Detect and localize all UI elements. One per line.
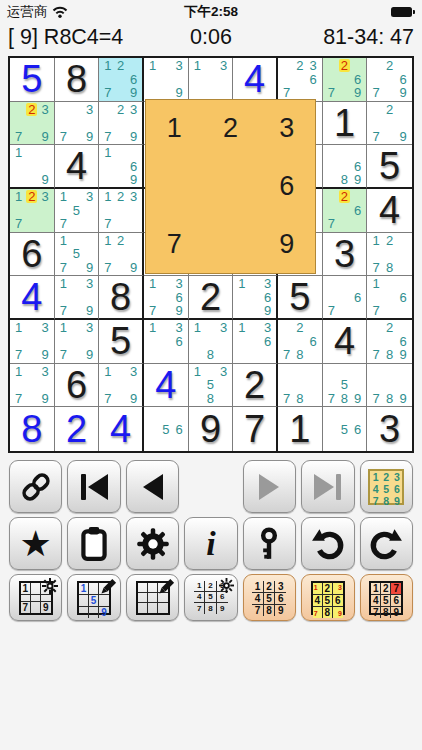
clipboard-icon [77,526,111,562]
pencil-marks: 67 [323,276,367,318]
cell-r8c9[interactable]: 789 [367,364,412,408]
pencil-marks: 1379 [10,364,54,407]
digit: 5 [21,60,42,98]
cell-r7c2[interactable]: 1379 [55,320,100,364]
cell-r2c3[interactable]: 2379 [99,102,144,146]
digit: 5 [110,322,131,360]
cell-r9c7[interactable]: 1 [278,407,323,451]
link-button[interactable] [9,460,62,513]
cell-r5c9[interactable]: 1278 [367,233,412,277]
yellow-grid-icon: 123456789 [311,581,345,615]
last-move-label: [ 9] R8C4=4 [8,25,151,50]
cell-r9c1[interactable]: 8 [10,407,55,451]
game-header: [ 9] R8C4=4 0:06 81-34: 47 [0,22,422,56]
timer-label: 0:06 [151,25,270,50]
digit: 4 [110,410,131,448]
cell-r8c6[interactable]: 2 [233,364,278,408]
show-all-candidates-button[interactable]: 123456789 [243,574,296,621]
pencil-marks: 2679 [323,58,367,101]
pencil-marks: 167 [367,276,412,318]
cell-r1c9[interactable]: 2679 [367,58,412,102]
toolbar-pencil-modes: 179 159 [0,574,422,621]
cell-r8c4[interactable]: 4 [144,364,189,408]
pencil-marks: 1357 [55,189,99,232]
cell-r6c6[interactable]: 1369 [233,276,278,320]
cell-r3c1[interactable]: 19 [10,145,55,189]
cell-r6c2[interactable]: 1379 [55,276,100,320]
cell-r1c2[interactable]: 8 [55,58,100,102]
cell-r5c2[interactable]: 1579 [55,233,100,277]
pencil-marks: 26789 [367,320,412,363]
toolbar-actions: ★ i [0,517,422,570]
cell-r7c6[interactable]: 136 [233,320,278,364]
cell-r9c3[interactable]: 4 [99,407,144,451]
digit: 3 [334,235,355,273]
pencil-marks: 19 [10,145,54,187]
first-move-button[interactable] [67,460,120,513]
cell-r7c9[interactable]: 26789 [367,320,412,364]
skip-to-end-icon [314,474,341,500]
board-area: 5812679139134236726792679237937923791279… [8,56,414,453]
digit: 4 [379,191,400,229]
digit: 5 [289,278,310,316]
pencil-marks: 136 [144,320,188,363]
digit: 7 [244,410,265,448]
digit: 2 [66,410,87,448]
pencil-marks-manual-button[interactable]: 159 [67,574,120,621]
cell-r2c8[interactable]: 1 [323,102,368,146]
error-grid-icon: 127456789 [369,581,403,615]
toolbar-spacer [184,460,237,513]
pencil-marks: 13 [189,58,233,101]
cell-r7c4[interactable]: 136 [144,320,189,364]
settings-button[interactable] [126,517,179,570]
digit: 3 [379,410,400,448]
cell-r5c8[interactable]: 3 [323,233,368,277]
cell-r1c6[interactable]: 4 [233,58,278,102]
link-icon [19,470,53,504]
cell-r6c3[interactable]: 8 [99,276,144,320]
burst-icon [219,578,234,593]
pencil-marks: 2679 [367,58,412,101]
pencil-marks: 136 [233,320,276,363]
cell-r8c1[interactable]: 1379 [10,364,55,408]
cell-r6c1[interactable]: 4 [10,276,55,320]
pencil-marks: 1358 [189,364,233,407]
cell-r7c7[interactable]: 2678 [278,320,323,364]
star-icon: ★ [20,526,52,562]
pencil-marks: 1279 [99,233,142,276]
cell-r4c9[interactable]: 4 [367,189,412,233]
pencil-marks: 56 [144,407,188,451]
pencil-marks: 12679 [99,58,142,101]
pencil-marks: 689 [323,145,367,187]
key-icon [252,526,286,562]
pencil-marks: 1369 [233,276,276,318]
redo-icon [368,527,404,561]
digit: 8 [110,278,131,316]
pencil-marks-auto-button[interactable]: 179 [9,574,62,621]
digit: 4 [244,60,265,98]
cell-r3c2[interactable]: 4 [55,145,100,189]
cell-r3c9[interactable]: 5 [367,145,412,189]
digit: 9 [200,410,221,448]
pencil-marks: 5789 [323,364,367,407]
pencil-marks: 169 [99,145,142,187]
pencil-marks: 139 [144,58,188,101]
cell-r8c3[interactable]: 1379 [99,364,144,408]
cell-r5c1[interactable]: 6 [10,233,55,277]
cell-r1c8[interactable]: 2679 [323,58,368,102]
cell-r7c1[interactable]: 1379 [10,320,55,364]
digit: 8 [21,410,42,448]
all-candidates-auto-button[interactable]: 123456789 [184,574,237,621]
status-bar: 运营商 下午2:58 [0,0,422,22]
digit: 2 [244,366,265,404]
cell-r6c9[interactable]: 167 [367,276,412,320]
cell-r4c1[interactable]: 1237 [10,189,55,233]
highlight-corner-candidates-button[interactable]: 123456789 [301,574,354,621]
last-move-button[interactable] [301,460,354,513]
pencil-marks: 56 [323,407,367,451]
cell-r3c8[interactable]: 689 [323,145,368,189]
redo-button[interactable] [360,517,413,570]
digit: 4 [155,366,176,404]
cell-r6c4[interactable]: 13679 [144,276,189,320]
cell-r6c8[interactable]: 67 [323,276,368,320]
cell-r8c7[interactable]: 78 [278,364,323,408]
digit: 8 [66,60,87,98]
pencil-marks: 1379 [99,364,142,407]
cell-r9c5[interactable]: 9 [189,407,234,451]
cell-r5c3[interactable]: 1279 [99,233,144,277]
pencil-marks: 1379 [55,320,99,363]
cell-r8c2[interactable]: 6 [55,364,100,408]
cell-r3c3[interactable]: 169 [99,145,144,189]
pencil-icon [98,578,117,597]
pencil-icon [156,578,175,597]
pencil-marks: 13679 [144,276,188,318]
step-forward-icon [259,474,279,500]
digit: 2 [200,278,221,316]
info-icon: i [206,527,215,561]
pencil-marks: 267 [323,189,367,232]
pencil-marks: 2379 [99,102,142,145]
undo-icon [310,527,346,561]
digit: 1 [334,104,355,142]
pencil-marks: 2678 [278,320,322,363]
cell-r9c6[interactable]: 7 [233,407,278,451]
digit: 1 [289,410,310,448]
cell-r1c3[interactable]: 12679 [99,58,144,102]
clipboard-button[interactable] [67,517,120,570]
sudoku-app: 运营商 下午2:58 [ 9] R8C4=4 0:06 81-34: 47 58… [0,0,422,750]
cells-remaining-label: 81-34: 47 [271,25,414,50]
cell-r4c8[interactable]: 267 [323,189,368,233]
pencil-marks: 78 [278,364,322,407]
pencil-marks: 1278 [367,233,412,276]
cell-r7c5[interactable]: 138 [189,320,234,364]
cell-r9c4[interactable]: 56 [144,407,189,451]
prev-move-button[interactable] [126,460,179,513]
cell-r2c1[interactable]: 2379 [10,102,55,146]
pencil-marks: 1379 [55,276,99,318]
digit: 6 [66,366,87,404]
digit: 5 [379,147,400,185]
bookmark-button[interactable]: ★ [9,517,62,570]
pencil-marks: 789 [367,364,412,407]
info-button[interactable]: i [184,517,237,570]
digit: 4 [334,322,355,360]
pencil-marks: 2379 [10,102,54,145]
pencil-marks: 1237 [10,189,54,232]
magnifier-overlay[interactable]: 123679 [145,99,316,274]
cell-r8c8[interactable]: 5789 [323,364,368,408]
digit: 4 [66,147,87,185]
pencil-marks: 1579 [55,233,99,276]
cell-r9c2[interactable]: 2 [55,407,100,451]
pencil-marks: 279 [367,102,412,145]
burst-icon [42,578,58,594]
cell-r1c4[interactable]: 139 [144,58,189,102]
cell-r8c5[interactable]: 1358 [189,364,234,408]
number-pad-button[interactable]: 123456789 [360,460,413,513]
hint-key-button[interactable] [243,517,296,570]
tan-grid-123456789-icon: 123456789 [252,581,286,615]
cell-r4c2[interactable]: 1357 [55,189,100,233]
cell-r2c2[interactable]: 379 [55,102,100,146]
number-pad-icon: 123456789 [368,469,404,505]
step-back-icon [143,474,163,500]
cell-r1c5[interactable]: 13 [189,58,234,102]
digit: 6 [21,235,42,273]
pencil-marks: 2367 [278,58,322,101]
cell-r4c3[interactable]: 1237 [99,189,144,233]
carrier-label: 运营商 [7,3,48,21]
wifi-icon [52,6,68,18]
cell-r7c8[interactable]: 4 [323,320,368,364]
cell-r6c5[interactable]: 2 [189,276,234,320]
pencil-marks: 1237 [99,189,142,232]
cell-r1c1[interactable]: 5 [10,58,55,102]
battery-icon [391,7,415,17]
undo-button[interactable] [301,517,354,570]
digit: 4 [21,278,42,316]
show-errors-button[interactable]: 127456789 [360,574,413,621]
toolbar-navigation: 123456789 [0,460,422,513]
cell-r9c8[interactable]: 56 [323,407,368,451]
pencil-marks: 138 [189,320,233,363]
cell-r7c3[interactable]: 5 [99,320,144,364]
cell-r2c9[interactable]: 279 [367,102,412,146]
gear-icon [135,526,171,562]
next-move-button[interactable] [243,460,296,513]
clock: 下午2:58 [143,3,279,21]
pencil-erase-button[interactable] [126,574,179,621]
pencil-marks: 379 [55,102,99,145]
cell-r1c7[interactable]: 2367 [278,58,323,102]
skip-to-start-icon [81,474,108,500]
pencil-marks: 1379 [10,320,54,363]
cell-r6c7[interactable]: 5 [278,276,323,320]
cell-r9c9[interactable]: 3 [367,407,412,451]
